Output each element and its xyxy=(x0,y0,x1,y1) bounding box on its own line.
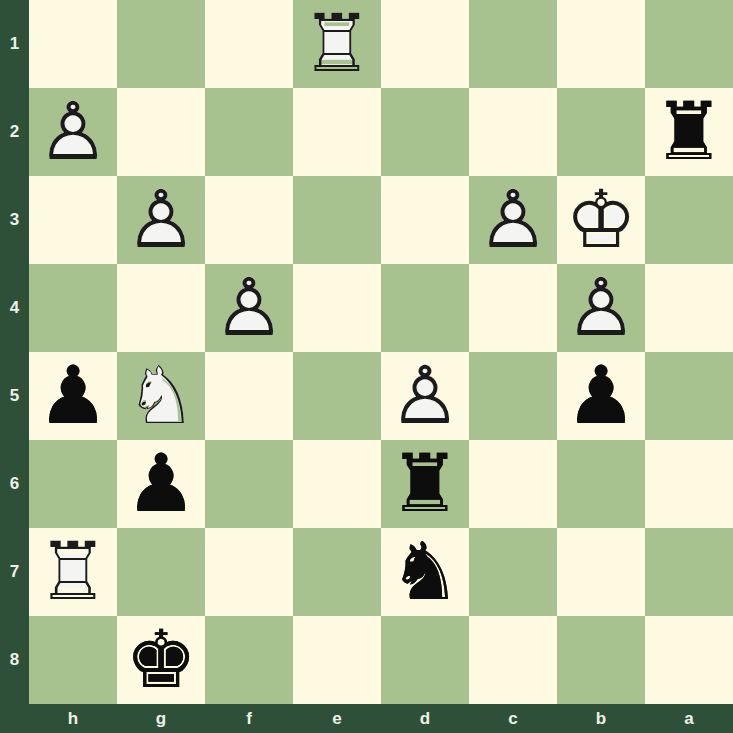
square-e3[interactable] xyxy=(293,176,381,264)
rank-label-6: 6 xyxy=(0,440,29,528)
square-g7[interactable] xyxy=(117,528,205,616)
square-a2[interactable]: ♜♜ xyxy=(645,88,733,176)
square-g5[interactable]: ♞♘ xyxy=(117,352,205,440)
square-d1[interactable] xyxy=(381,0,469,88)
black-pawn-glyph-outline: ♟ xyxy=(117,440,205,528)
square-c7[interactable] xyxy=(469,528,557,616)
square-c2[interactable] xyxy=(469,88,557,176)
square-d2[interactable] xyxy=(381,88,469,176)
square-h2[interactable]: ♟♙ xyxy=(29,88,117,176)
white-rook-icon[interactable]: ♜♖ xyxy=(293,0,381,88)
file-label-g: g xyxy=(117,704,205,733)
square-a7[interactable] xyxy=(645,528,733,616)
black-king-icon[interactable]: ♚♚ xyxy=(117,616,205,704)
rank-label-8: 8 xyxy=(0,616,29,704)
square-b5[interactable]: ♟♟ xyxy=(557,352,645,440)
square-d8[interactable] xyxy=(381,616,469,704)
square-d7[interactable]: ♞♞ xyxy=(381,528,469,616)
white-pawn-icon[interactable]: ♟♙ xyxy=(205,264,293,352)
square-b2[interactable] xyxy=(557,88,645,176)
black-pawn-icon[interactable]: ♟♟ xyxy=(117,440,205,528)
chess-board-frame: 12345678 ♜♖♟♙♜♜♟♙♟♙♚♔♟♙♟♙♟♟♞♘♟♙♟♟♟♟♜♜♜♖♞… xyxy=(0,0,733,733)
square-f3[interactable] xyxy=(205,176,293,264)
rank-label-4: 4 xyxy=(0,264,29,352)
white-knight-icon[interactable]: ♞♘ xyxy=(117,352,205,440)
square-c1[interactable] xyxy=(469,0,557,88)
white-pawn-icon[interactable]: ♟♙ xyxy=(557,264,645,352)
square-d3[interactable] xyxy=(381,176,469,264)
white-pawn-glyph-outline: ♙ xyxy=(29,88,117,176)
black-pawn-icon[interactable]: ♟♟ xyxy=(29,352,117,440)
square-f4[interactable]: ♟♙ xyxy=(205,264,293,352)
square-f7[interactable] xyxy=(205,528,293,616)
square-e5[interactable] xyxy=(293,352,381,440)
square-a5[interactable] xyxy=(645,352,733,440)
rank-label-2: 2 xyxy=(0,88,29,176)
white-pawn-icon[interactable]: ♟♙ xyxy=(29,88,117,176)
square-h8[interactable] xyxy=(29,616,117,704)
square-g4[interactable] xyxy=(117,264,205,352)
white-pawn-glyph-outline: ♙ xyxy=(469,176,557,264)
white-rook-glyph-outline: ♖ xyxy=(29,528,117,616)
square-g3[interactable]: ♟♙ xyxy=(117,176,205,264)
square-a4[interactable] xyxy=(645,264,733,352)
black-pawn-icon[interactable]: ♟♟ xyxy=(557,352,645,440)
black-king-glyph-outline: ♚ xyxy=(117,616,205,704)
square-d4[interactable] xyxy=(381,264,469,352)
file-label-c: c xyxy=(469,704,557,733)
white-pawn-icon[interactable]: ♟♙ xyxy=(469,176,557,264)
square-a8[interactable] xyxy=(645,616,733,704)
white-pawn-glyph-outline: ♙ xyxy=(117,176,205,264)
square-b3[interactable]: ♚♔ xyxy=(557,176,645,264)
file-label-d: d xyxy=(381,704,469,733)
file-labels: hgfedcba xyxy=(29,704,733,733)
square-e4[interactable] xyxy=(293,264,381,352)
board: ♜♖♟♙♜♜♟♙♟♙♚♔♟♙♟♙♟♟♞♘♟♙♟♟♟♟♜♜♜♖♞♞♚♚ xyxy=(29,0,733,704)
black-knight-glyph-outline: ♞ xyxy=(381,528,469,616)
square-e2[interactable] xyxy=(293,88,381,176)
square-h4[interactable] xyxy=(29,264,117,352)
black-rook-icon[interactable]: ♜♜ xyxy=(645,88,733,176)
square-g8[interactable]: ♚♚ xyxy=(117,616,205,704)
file-label-e: e xyxy=(293,704,381,733)
square-f2[interactable] xyxy=(205,88,293,176)
black-pawn-glyph-outline: ♟ xyxy=(29,352,117,440)
square-f6[interactable] xyxy=(205,440,293,528)
square-h7[interactable]: ♜♖ xyxy=(29,528,117,616)
white-pawn-icon[interactable]: ♟♙ xyxy=(381,352,469,440)
square-h3[interactable] xyxy=(29,176,117,264)
square-h5[interactable]: ♟♟ xyxy=(29,352,117,440)
square-b6[interactable] xyxy=(557,440,645,528)
square-c4[interactable] xyxy=(469,264,557,352)
black-pawn-glyph-outline: ♟ xyxy=(557,352,645,440)
white-knight-glyph-outline: ♘ xyxy=(117,352,205,440)
square-g6[interactable]: ♟♟ xyxy=(117,440,205,528)
file-label-b: b xyxy=(557,704,645,733)
square-a1[interactable] xyxy=(645,0,733,88)
white-pawn-glyph-outline: ♙ xyxy=(205,264,293,352)
square-e8[interactable] xyxy=(293,616,381,704)
square-a3[interactable] xyxy=(645,176,733,264)
square-h6[interactable] xyxy=(29,440,117,528)
square-h1[interactable] xyxy=(29,0,117,88)
rank-label-3: 3 xyxy=(0,176,29,264)
square-e6[interactable] xyxy=(293,440,381,528)
square-c5[interactable] xyxy=(469,352,557,440)
square-c8[interactable] xyxy=(469,616,557,704)
square-c3[interactable]: ♟♙ xyxy=(469,176,557,264)
square-b8[interactable] xyxy=(557,616,645,704)
square-c6[interactable] xyxy=(469,440,557,528)
square-e1[interactable]: ♜♖ xyxy=(293,0,381,88)
white-king-icon[interactable]: ♚♔ xyxy=(557,176,645,264)
black-knight-icon[interactable]: ♞♞ xyxy=(381,528,469,616)
white-king-glyph-outline: ♔ xyxy=(557,176,645,264)
square-f1[interactable] xyxy=(205,0,293,88)
rank-label-5: 5 xyxy=(0,352,29,440)
rank-label-7: 7 xyxy=(0,528,29,616)
square-g1[interactable] xyxy=(117,0,205,88)
square-a6[interactable] xyxy=(645,440,733,528)
square-f8[interactable] xyxy=(205,616,293,704)
file-label-a: a xyxy=(645,704,733,733)
black-rook-icon[interactable]: ♜♜ xyxy=(381,440,469,528)
square-d6[interactable]: ♜♜ xyxy=(381,440,469,528)
white-pawn-glyph-outline: ♙ xyxy=(557,264,645,352)
square-b7[interactable] xyxy=(557,528,645,616)
square-g2[interactable] xyxy=(117,88,205,176)
white-pawn-icon[interactable]: ♟♙ xyxy=(117,176,205,264)
rank-labels: 12345678 xyxy=(0,0,29,704)
square-d5[interactable]: ♟♙ xyxy=(381,352,469,440)
white-pawn-glyph-outline: ♙ xyxy=(381,352,469,440)
black-rook-glyph-outline: ♜ xyxy=(381,440,469,528)
black-rook-glyph-outline: ♜ xyxy=(645,88,733,176)
square-e7[interactable] xyxy=(293,528,381,616)
white-rook-glyph-outline: ♖ xyxy=(293,0,381,88)
file-label-f: f xyxy=(205,704,293,733)
rank-label-1: 1 xyxy=(0,0,29,88)
square-b1[interactable] xyxy=(557,0,645,88)
square-b4[interactable]: ♟♙ xyxy=(557,264,645,352)
white-rook-icon[interactable]: ♜♖ xyxy=(29,528,117,616)
file-label-h: h xyxy=(29,704,117,733)
square-f5[interactable] xyxy=(205,352,293,440)
